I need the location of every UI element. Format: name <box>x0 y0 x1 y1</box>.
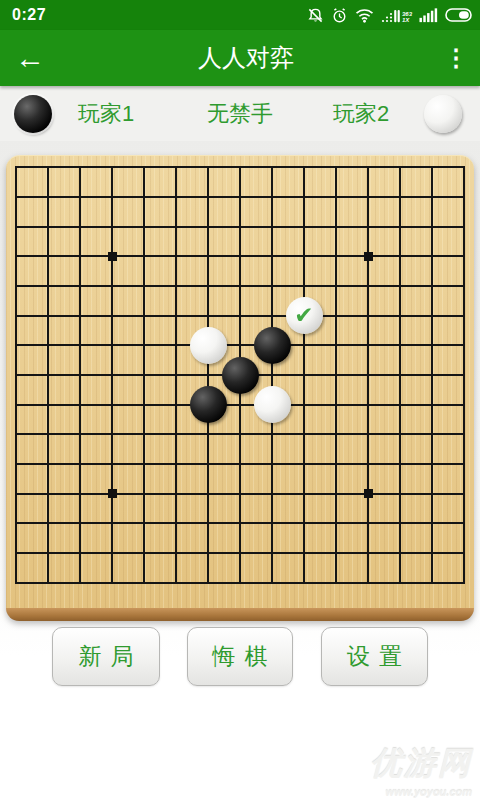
clock-time: 0:27 <box>12 6 46 24</box>
watermark-title: 优游网 <box>370 742 472 786</box>
board-bevel <box>6 608 474 621</box>
board-surface[interactable]: ✔ <box>6 155 474 608</box>
board[interactable]: ✔ <box>6 155 474 620</box>
alarm-icon <box>331 7 348 24</box>
grid-line-h <box>15 463 465 465</box>
network-dots-icon: 363 1X <box>381 7 412 23</box>
grid-line-v <box>367 166 369 583</box>
wifi-icon <box>355 8 374 23</box>
player2-stone-icon <box>424 95 462 133</box>
grid-line-v <box>431 166 433 583</box>
white-stone <box>190 327 227 364</box>
battery-icon <box>445 8 472 22</box>
grid-line-v <box>399 166 401 583</box>
network-label-bottom: 1X <box>402 17 412 23</box>
grid-line-h <box>15 493 465 495</box>
mute-bell-icon <box>307 7 324 24</box>
grid-line-v <box>271 166 273 583</box>
new-game-button[interactable]: 新局 <box>52 627 160 686</box>
last-move-check-icon: ✔ <box>286 297 323 334</box>
grid-line-v <box>303 166 305 583</box>
status-icons: 363 1X <box>307 7 472 24</box>
back-button[interactable]: ← <box>0 30 60 86</box>
app-screen: 0:27 363 1X <box>0 0 480 800</box>
grid-line-h <box>15 522 465 524</box>
black-stone <box>254 327 291 364</box>
grid-line-h <box>15 433 465 435</box>
watermark-url: www.yoyou.com <box>370 786 472 798</box>
black-stone <box>222 357 259 394</box>
player-bar: 玩家1 无禁手 玩家2 <box>0 86 480 141</box>
network-type-label: 363 1X <box>402 11 412 23</box>
watermark: 优游网 www.yoyou.com <box>370 742 472 798</box>
player2-label: 玩家2 <box>333 86 389 141</box>
star-point <box>108 252 117 261</box>
app-bar: ← 人人对弈 ⋮ <box>0 30 480 86</box>
white-stone <box>254 386 291 423</box>
signal-bars-icon <box>419 7 438 23</box>
star-point <box>108 489 117 498</box>
status-bar: 0:27 363 1X <box>0 0 480 30</box>
page-title: 人人对弈 <box>60 42 432 74</box>
white-stone: ✔ <box>286 297 323 334</box>
star-point <box>364 252 373 261</box>
grid-line-h <box>15 552 465 554</box>
black-stone <box>190 386 227 423</box>
star-point <box>364 489 373 498</box>
undo-button[interactable]: 悔棋 <box>187 627 293 686</box>
settings-button[interactable]: 设置 <box>321 627 428 686</box>
rule-label: 无禁手 <box>0 86 480 141</box>
overflow-menu-button[interactable]: ⋮ <box>432 30 480 86</box>
grid-line-v <box>463 166 465 583</box>
grid-line-h <box>15 582 465 584</box>
grid-line-h <box>15 404 465 406</box>
grid-line-v <box>335 166 337 583</box>
